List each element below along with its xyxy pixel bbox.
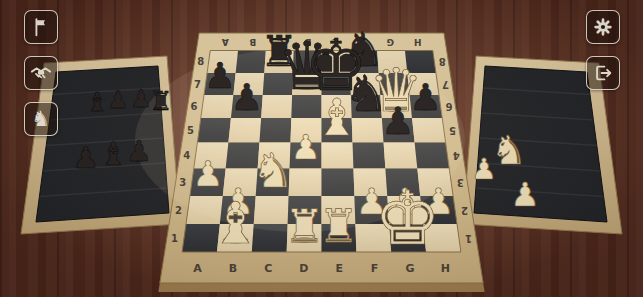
rank-label-left-5: 5 bbox=[187, 125, 194, 136]
rank-label-right-7: 7 bbox=[442, 79, 449, 90]
rank-label-left-6: 6 bbox=[191, 101, 198, 112]
piece-white-pawn-d4[interactable]: ♟ bbox=[291, 127, 321, 167]
piece-white-rook-e1[interactable]: ♜ bbox=[318, 200, 359, 253]
rank-label-right-6: 6 bbox=[445, 101, 452, 112]
rank-label-right-8: 8 bbox=[439, 56, 446, 67]
captured-black-pawn[interactable]: ♟ bbox=[107, 86, 129, 114]
file-label-top-a: A bbox=[222, 37, 229, 47]
knight-icon: ♞ bbox=[32, 109, 51, 130]
exit-icon bbox=[592, 62, 614, 84]
captured-black-rook[interactable]: ♜ bbox=[149, 86, 172, 116]
board-scene: AABBCCDDEEFFGGHH1122334455667788♜♞♟♛♚♟♞♛… bbox=[0, 0, 643, 297]
captured-black-pawn[interactable]: ♟ bbox=[73, 140, 100, 175]
file-label-top-h: H bbox=[414, 37, 422, 47]
rank-label-left-4: 4 bbox=[183, 150, 190, 161]
file-label-bottom-a: A bbox=[193, 262, 202, 275]
piece-black-pawn-b6[interactable]: ♟ bbox=[231, 76, 264, 119]
resign-flag-button[interactable] bbox=[24, 10, 58, 44]
rank-label-left-3: 3 bbox=[179, 177, 186, 188]
rank-label-right-5: 5 bbox=[449, 125, 456, 136]
rank-label-right-1: 1 bbox=[465, 233, 472, 244]
rank-label-right-2: 2 bbox=[461, 205, 468, 216]
piece-black-pawn-g5[interactable]: ♟ bbox=[381, 99, 415, 143]
draw-handshake-button[interactable] bbox=[24, 56, 58, 90]
settings-button[interactable] bbox=[586, 10, 620, 44]
captured-black-bishop[interactable]: ♝ bbox=[99, 135, 128, 173]
piece-white-bishop-b1[interactable]: ♝ bbox=[210, 190, 261, 257]
file-label-bottom-f: F bbox=[371, 262, 379, 275]
file-label-bottom-h: H bbox=[441, 262, 450, 275]
file-label-top-b: B bbox=[249, 37, 256, 47]
board-front-edge bbox=[158, 283, 484, 292]
flag-icon bbox=[30, 16, 52, 38]
piece-white-king-g1[interactable]: ♚ bbox=[374, 175, 440, 261]
captured-black-pawn[interactable]: ♟ bbox=[126, 134, 152, 168]
rank-label-left-1: 1 bbox=[171, 233, 178, 244]
gear-icon bbox=[592, 16, 614, 38]
exit-button[interactable] bbox=[586, 56, 620, 90]
knight-button[interactable]: ♞ bbox=[24, 102, 58, 136]
rank-label-left-7: 7 bbox=[194, 79, 201, 90]
file-label-bottom-d: D bbox=[299, 262, 308, 275]
file-label-bottom-g: G bbox=[405, 262, 414, 275]
rank-label-right-4: 4 bbox=[453, 150, 460, 161]
captured-white-pawn[interactable]: ♟ bbox=[471, 152, 497, 186]
file-label-bottom-e: E bbox=[335, 262, 343, 275]
piece-white-pawn-a3[interactable]: ♟ bbox=[192, 154, 223, 194]
rank-label-right-3: 3 bbox=[457, 177, 464, 188]
rank-label-left-2: 2 bbox=[175, 205, 182, 216]
file-label-bottom-b: B bbox=[229, 262, 237, 275]
handshake-icon bbox=[30, 62, 52, 84]
file-label-bottom-c: C bbox=[264, 262, 272, 275]
file-label-top-g: G bbox=[387, 37, 394, 47]
captured-white-pawn[interactable]: ♟ bbox=[510, 175, 540, 214]
captured-black-bishop[interactable]: ♝ bbox=[85, 87, 108, 117]
chess-app-screen: AABBCCDDEEFFGGHH1122334455667788♜♞♟♛♚♟♞♛… bbox=[0, 0, 643, 297]
